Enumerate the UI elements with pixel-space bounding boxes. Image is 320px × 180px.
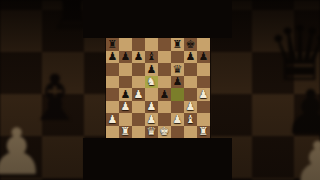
black-pawn-g7: ♟	[184, 51, 197, 64]
square-a7: ♟	[106, 51, 119, 64]
square-a6	[106, 63, 119, 76]
square-b3: ♟	[119, 101, 132, 114]
square-f5: ♟	[171, 76, 184, 89]
letterbox-bottom	[83, 138, 232, 180]
square-a8: ♜	[106, 38, 119, 51]
square-h3	[197, 101, 210, 114]
square-h5	[197, 76, 210, 89]
square-c3	[132, 101, 145, 114]
white-pawn-h4: ♟	[197, 88, 210, 101]
square-b7: ♟	[119, 51, 132, 64]
white-knight-d5: ♞	[145, 76, 158, 89]
square-d4	[145, 88, 158, 101]
square-a4	[106, 88, 119, 101]
square-f8: ♜	[171, 38, 184, 51]
black-rook-a8: ♜	[106, 38, 119, 51]
white-pawn-a2: ♟	[106, 113, 119, 126]
black-pawn-a7: ♟	[106, 51, 119, 64]
square-e2	[158, 113, 171, 126]
black-pawn-b7: ♟	[119, 51, 132, 64]
square-g6	[184, 63, 197, 76]
square-f3	[171, 101, 184, 114]
white-pawn-g3: ♟	[184, 101, 197, 114]
black-pawn-e4: ♟	[158, 88, 171, 101]
square-h4: ♟	[197, 88, 210, 101]
square-d3: ♟	[145, 101, 158, 114]
white-pawn-d2: ♟	[145, 113, 158, 126]
square-b5	[119, 76, 132, 89]
square-d6: ♟	[145, 63, 158, 76]
white-rook-b1: ♜	[119, 126, 132, 139]
square-e3	[158, 101, 171, 114]
square-f7	[171, 51, 184, 64]
square-g2: ♝	[184, 113, 197, 126]
square-e5	[158, 76, 171, 89]
square-f4	[171, 88, 184, 101]
square-b8	[119, 38, 132, 51]
square-g7: ♟	[184, 51, 197, 64]
black-pawn-b4: ♟	[119, 88, 132, 101]
square-c7: ♟	[132, 51, 145, 64]
black-rook-f8: ♜	[171, 38, 184, 51]
black-king-g8: ♚	[184, 38, 197, 51]
square-h8	[197, 38, 210, 51]
white-pawn-d3: ♟	[145, 101, 158, 114]
square-g1	[184, 126, 197, 139]
black-pawn-h7: ♟	[197, 51, 210, 64]
square-b4: ♟	[119, 88, 132, 101]
black-pawn-d6: ♟	[145, 63, 158, 76]
white-queen-d1: ♛	[145, 126, 158, 139]
square-d2: ♟	[145, 113, 158, 126]
square-g5	[184, 76, 197, 89]
square-c6	[132, 63, 145, 76]
square-h2	[197, 113, 210, 126]
black-pawn-f5: ♟	[171, 76, 184, 89]
black-queen-f6: ♛	[171, 63, 184, 76]
square-g8: ♚	[184, 38, 197, 51]
chess-board: ♜♜♚♟♟♟♝♟♟♟♛♞♟♟♟♟♟♟♟♟♟♟♟♝♜♛♚♜	[106, 38, 210, 138]
square-h7: ♟	[197, 51, 210, 64]
square-d8	[145, 38, 158, 51]
square-c2	[132, 113, 145, 126]
white-pawn-f2: ♟	[171, 113, 184, 126]
square-g3: ♟	[184, 101, 197, 114]
square-d7: ♝	[145, 51, 158, 64]
square-c4: ♟	[132, 88, 145, 101]
square-d5: ♞	[145, 76, 158, 89]
square-d1: ♛	[145, 126, 158, 139]
black-pawn-c7: ♟	[132, 51, 145, 64]
square-h6	[197, 63, 210, 76]
white-bishop-g2: ♝	[184, 113, 197, 126]
square-a3	[106, 101, 119, 114]
video-frame: ♜♝♟♛♟♟ ♜♜♚♟♟♟♝♟♟♟♛♞♟♟♟♟♟♟♟♟♟♟♟♝♜♛♚♜	[0, 0, 320, 180]
square-a5	[106, 76, 119, 89]
square-e6	[158, 63, 171, 76]
square-f2: ♟	[171, 113, 184, 126]
square-e7	[158, 51, 171, 64]
square-e4: ♟	[158, 88, 171, 101]
white-king-e1: ♚	[158, 126, 171, 139]
white-pawn-b3: ♟	[119, 101, 132, 114]
square-f1	[171, 126, 184, 139]
letterbox-top	[83, 0, 232, 38]
square-e1: ♚	[158, 126, 171, 139]
black-bishop-d7: ♝	[145, 51, 158, 64]
square-b2	[119, 113, 132, 126]
square-b1: ♜	[119, 126, 132, 139]
square-e8	[158, 38, 171, 51]
square-f6: ♛	[171, 63, 184, 76]
white-pawn-c4: ♟	[132, 88, 145, 101]
square-c1	[132, 126, 145, 139]
square-a1	[106, 126, 119, 139]
white-rook-h1: ♜	[197, 126, 210, 139]
square-c8	[132, 38, 145, 51]
square-b6	[119, 63, 132, 76]
square-c5	[132, 76, 145, 89]
square-h1: ♜	[197, 126, 210, 139]
square-a2: ♟	[106, 113, 119, 126]
square-g4	[184, 88, 197, 101]
